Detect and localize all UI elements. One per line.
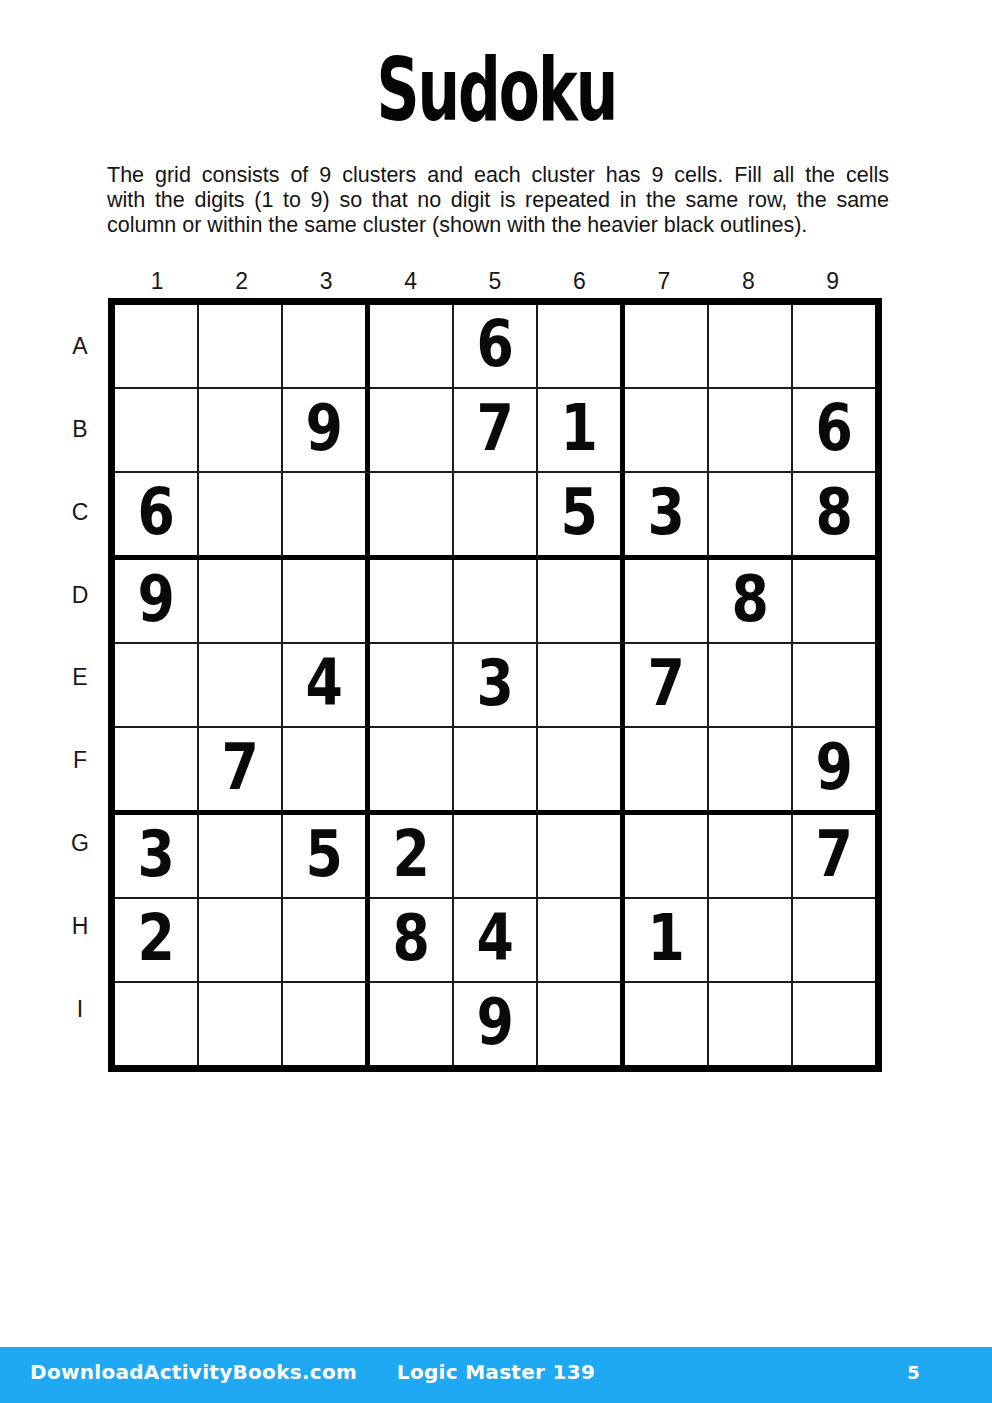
cell-H5[interactable]: 4	[454, 899, 538, 983]
cell-I3[interactable]	[283, 983, 370, 1065]
given-digit: 7	[476, 396, 513, 460]
cell-E2[interactable]	[199, 644, 283, 728]
cell-A3[interactable]	[283, 305, 370, 389]
cell-C9[interactable]: 8	[793, 473, 875, 560]
footer-bar: DownloadActivityBooks.com Logic Master 1…	[0, 1347, 992, 1403]
cell-D3[interactable]	[283, 560, 370, 644]
cell-D8[interactable]: 8	[709, 560, 793, 644]
cell-G7[interactable]	[625, 815, 709, 899]
cell-I2[interactable]	[199, 983, 283, 1065]
cell-B2[interactable]	[199, 389, 283, 473]
given-digit: 1	[560, 396, 597, 460]
cell-A6[interactable]	[538, 305, 625, 389]
cell-C8[interactable]	[709, 473, 793, 560]
cell-D1[interactable]: 9	[115, 560, 199, 644]
instructions-line-1: The grid consists of 9 clusters and each…	[107, 163, 889, 188]
cell-D5[interactable]	[454, 560, 538, 644]
col-label-4: 4	[368, 268, 452, 295]
cell-F7[interactable]	[625, 728, 709, 815]
cell-E1[interactable]	[115, 644, 199, 728]
cell-A7[interactable]	[625, 305, 709, 389]
cell-H2[interactable]	[199, 899, 283, 983]
cell-E5[interactable]: 3	[454, 644, 538, 728]
cell-F4[interactable]	[370, 728, 454, 815]
cell-E3[interactable]: 4	[283, 644, 370, 728]
given-digit: 6	[137, 480, 174, 544]
cell-E8[interactable]	[709, 644, 793, 728]
cell-G2[interactable]	[199, 815, 283, 899]
given-digit: 2	[137, 906, 174, 970]
cell-A8[interactable]	[709, 305, 793, 389]
given-digit: 5	[560, 480, 597, 544]
cell-G6[interactable]	[538, 815, 625, 899]
cell-C3[interactable]	[283, 473, 370, 560]
row-labels: ABCDEFGHI	[60, 298, 100, 1058]
given-digit: 3	[476, 651, 513, 715]
row-label-A: A	[60, 333, 100, 360]
cell-G5[interactable]	[454, 815, 538, 899]
col-label-3: 3	[284, 268, 368, 295]
row-label-F: F	[60, 747, 100, 774]
col-labels: 123456789	[108, 265, 882, 298]
sudoku-grid: 6971665389843779352728419	[108, 298, 882, 1072]
row-label-G: G	[60, 830, 100, 857]
row-label-D: D	[60, 582, 100, 609]
given-digit: 9	[137, 567, 174, 631]
given-digit: 9	[815, 735, 852, 799]
cell-D7[interactable]	[625, 560, 709, 644]
given-digit: 6	[815, 396, 852, 460]
cell-F3[interactable]	[283, 728, 370, 815]
cell-H6[interactable]	[538, 899, 625, 983]
cell-F2[interactable]: 7	[199, 728, 283, 815]
cell-A9[interactable]	[793, 305, 875, 389]
given-digit: 2	[392, 822, 429, 886]
cell-I8[interactable]	[709, 983, 793, 1065]
cell-D9[interactable]	[793, 560, 875, 644]
col-label-5: 5	[453, 268, 537, 295]
cell-A4[interactable]	[370, 305, 454, 389]
cell-E4[interactable]	[370, 644, 454, 728]
cell-E6[interactable]	[538, 644, 625, 728]
cell-B4[interactable]	[370, 389, 454, 473]
given-digit: 9	[476, 990, 513, 1054]
cell-A5[interactable]: 6	[454, 305, 538, 389]
cell-B6[interactable]: 1	[538, 389, 625, 473]
footer-page-number: 5	[907, 1362, 920, 1383]
cell-F1[interactable]	[115, 728, 199, 815]
given-digit: 8	[392, 906, 429, 970]
cell-B8[interactable]	[709, 389, 793, 473]
page-title: Sudoku	[376, 46, 616, 134]
cell-A2[interactable]	[199, 305, 283, 389]
cell-G9[interactable]: 7	[793, 815, 875, 899]
cell-F9[interactable]: 9	[793, 728, 875, 815]
given-digit: 1	[647, 906, 684, 970]
instructions-line-3: column or within the same cluster (shown…	[107, 213, 889, 238]
instructions: The grid consists of 9 clusters and each…	[107, 163, 889, 238]
given-digit: 4	[305, 651, 342, 715]
cell-C6[interactable]: 5	[538, 473, 625, 560]
cell-D4[interactable]	[370, 560, 454, 644]
cell-I4[interactable]	[370, 983, 454, 1065]
cell-H7[interactable]: 1	[625, 899, 709, 983]
cell-D2[interactable]	[199, 560, 283, 644]
cell-C2[interactable]	[199, 473, 283, 560]
cell-E7[interactable]: 7	[625, 644, 709, 728]
given-digit: 3	[137, 822, 174, 886]
given-digit: 4	[476, 906, 513, 970]
cell-I6[interactable]	[538, 983, 625, 1065]
given-digit: 8	[731, 567, 768, 631]
cell-C7[interactable]: 3	[625, 473, 709, 560]
cell-H8[interactable]	[709, 899, 793, 983]
col-label-8: 8	[706, 268, 790, 295]
cell-H4[interactable]: 8	[370, 899, 454, 983]
cell-F6[interactable]	[538, 728, 625, 815]
instructions-line-2: with the digits (1 to 9) so that no digi…	[107, 188, 889, 213]
cell-H9[interactable]	[793, 899, 875, 983]
cell-G4[interactable]: 2	[370, 815, 454, 899]
cell-G8[interactable]	[709, 815, 793, 899]
given-digit: 9	[305, 396, 342, 460]
row-label-B: B	[60, 416, 100, 443]
row-label-C: C	[60, 499, 100, 526]
given-digit: 7	[221, 735, 258, 799]
footer-book-title: Logic Master 139	[0, 1360, 992, 1384]
cell-B7[interactable]	[625, 389, 709, 473]
cell-G3[interactable]: 5	[283, 815, 370, 899]
row-label-I: I	[60, 996, 100, 1023]
cell-D6[interactable]	[538, 560, 625, 644]
given-digit: 8	[815, 480, 852, 544]
row-label-E: E	[60, 664, 100, 691]
given-digit: 7	[815, 822, 852, 886]
cell-C1[interactable]: 6	[115, 473, 199, 560]
cell-E9[interactable]	[793, 644, 875, 728]
page-title-wrap: Sudoku	[0, 46, 992, 134]
cell-I7[interactable]	[625, 983, 709, 1065]
col-label-7: 7	[622, 268, 706, 295]
cell-B3[interactable]: 9	[283, 389, 370, 473]
given-digit: 5	[305, 822, 342, 886]
cell-H1[interactable]: 2	[115, 899, 199, 983]
row-label-H: H	[60, 913, 100, 940]
sudoku-board: 123456789 ABCDEFGHI 69716653898437793527…	[108, 265, 882, 1072]
given-digit: 3	[647, 480, 684, 544]
cell-B9[interactable]: 6	[793, 389, 875, 473]
cell-I5[interactable]: 9	[454, 983, 538, 1065]
cell-F8[interactable]	[709, 728, 793, 815]
col-label-9: 9	[791, 268, 875, 295]
cell-F5[interactable]	[454, 728, 538, 815]
cell-A1[interactable]	[115, 305, 199, 389]
cell-I1[interactable]	[115, 983, 199, 1065]
col-label-2: 2	[199, 268, 283, 295]
cell-H3[interactable]	[283, 899, 370, 983]
given-digit: 6	[476, 312, 513, 376]
col-label-1: 1	[115, 268, 199, 295]
given-digit: 7	[647, 651, 684, 715]
cell-C4[interactable]	[370, 473, 454, 560]
cell-B5[interactable]: 7	[454, 389, 538, 473]
col-label-6: 6	[537, 268, 621, 295]
cell-G1[interactable]: 3	[115, 815, 199, 899]
cell-C5[interactable]	[454, 473, 538, 560]
cell-I9[interactable]	[793, 983, 875, 1065]
cell-B1[interactable]	[115, 389, 199, 473]
